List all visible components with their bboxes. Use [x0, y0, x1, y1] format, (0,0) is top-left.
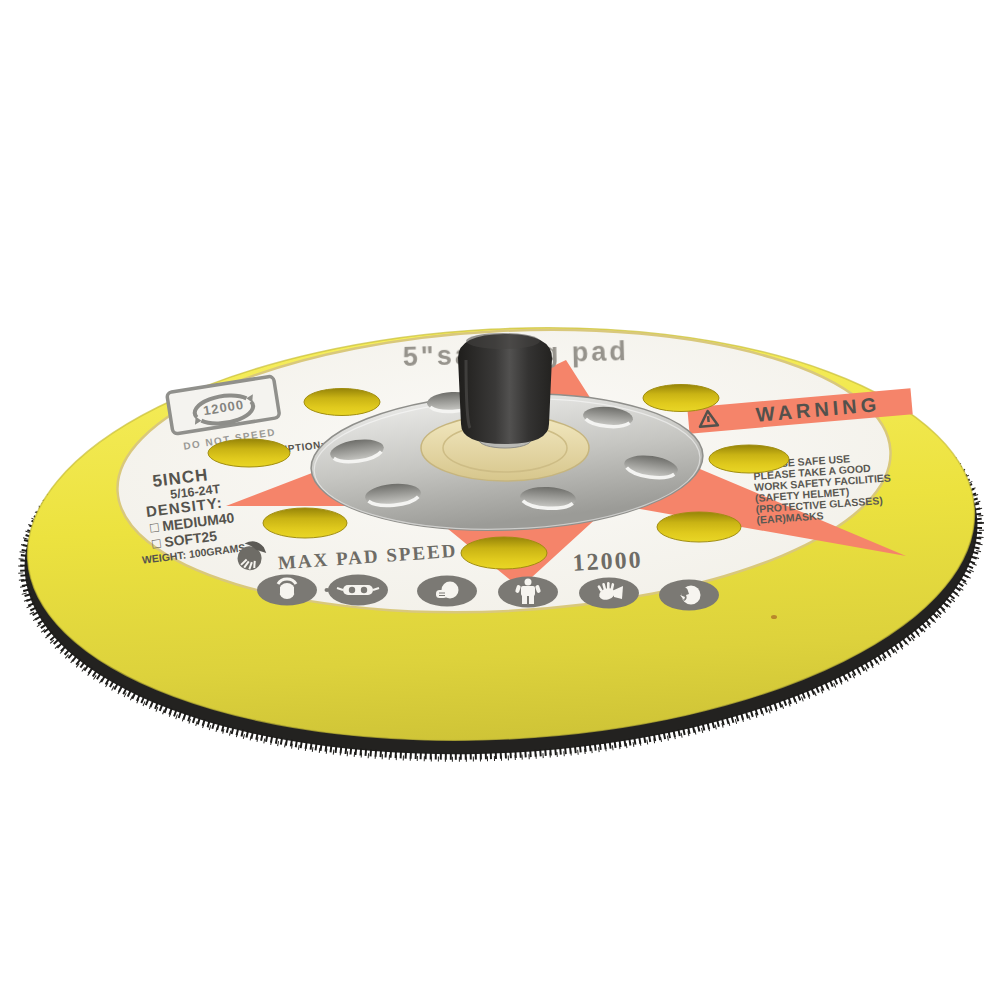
max-speed-value: 12000: [572, 546, 643, 576]
safety-icon-safety-goggles: [328, 575, 388, 606]
dust-hole: [461, 537, 547, 569]
dust-hole: [643, 385, 719, 412]
sanding-pad-illustration: WARNING 5"sanding pad 12000 DO NOT SPEED…: [0, 0, 1001, 1001]
safety-icon-protective-clothing: [498, 577, 558, 608]
safety-icon-ear-protection: [257, 575, 317, 606]
dust-hole: [304, 389, 380, 416]
safety-icon-face-mask: [659, 580, 719, 611]
debris-speck: [771, 615, 777, 619]
dust-hole: [657, 512, 741, 542]
dust-hole: [208, 439, 290, 467]
safety-icon-safety-gloves: [579, 578, 639, 609]
safety-icon-dust-mask: [417, 576, 477, 607]
product-photo: WARNING 5"sanding pad 12000 DO NOT SPEED…: [0, 0, 1001, 1001]
nut-cap: [458, 333, 552, 444]
dust-hole: [709, 445, 789, 473]
nut-top-sheen: [466, 333, 540, 349]
dust-hole: [263, 508, 347, 538]
